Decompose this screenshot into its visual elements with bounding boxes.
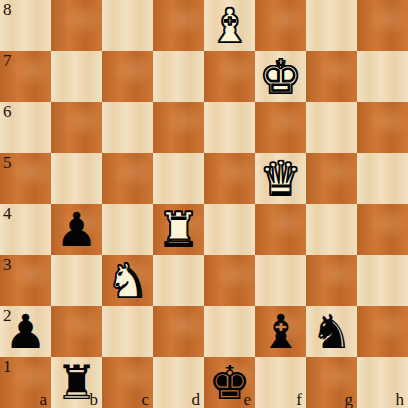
rank-label-8: 8 xyxy=(3,1,12,18)
white-rook-d4[interactable]: ♜ xyxy=(153,204,204,255)
square-e6[interactable] xyxy=(204,102,255,153)
square-f3[interactable] xyxy=(255,255,306,306)
square-e3[interactable] xyxy=(204,255,255,306)
square-f2[interactable]: ♝ xyxy=(255,306,306,357)
rank-label-5: 5 xyxy=(3,154,12,171)
square-e4[interactable] xyxy=(204,204,255,255)
square-f5[interactable]: ♛ xyxy=(255,153,306,204)
square-d8[interactable] xyxy=(153,0,204,51)
square-a1[interactable]: 1a xyxy=(0,357,51,408)
square-h3[interactable] xyxy=(357,255,408,306)
file-label-c: c xyxy=(141,391,149,408)
square-g1[interactable]: g xyxy=(306,357,357,408)
file-label-g: g xyxy=(345,391,354,408)
square-a4[interactable]: 4 xyxy=(0,204,51,255)
square-h7[interactable] xyxy=(357,51,408,102)
square-g2[interactable]: ♞ xyxy=(306,306,357,357)
chess-diagram: 8♝7♚65♛4♟♜3♞2♟♝♞1ab♜cde♚fgh xyxy=(0,0,408,408)
square-g8[interactable] xyxy=(306,0,357,51)
square-f4[interactable] xyxy=(255,204,306,255)
white-bishop-e8[interactable]: ♝ xyxy=(204,0,255,51)
square-d6[interactable] xyxy=(153,102,204,153)
rank-label-2: 2 xyxy=(3,307,12,324)
square-h6[interactable] xyxy=(357,102,408,153)
rank-label-1: 1 xyxy=(3,358,12,375)
file-label-h: h xyxy=(396,391,405,408)
square-h5[interactable] xyxy=(357,153,408,204)
square-c5[interactable] xyxy=(102,153,153,204)
square-d3[interactable] xyxy=(153,255,204,306)
rank-label-4: 4 xyxy=(3,205,12,222)
square-h1[interactable]: h xyxy=(357,357,408,408)
square-c1[interactable]: c xyxy=(102,357,153,408)
square-b6[interactable] xyxy=(51,102,102,153)
square-f8[interactable] xyxy=(255,0,306,51)
square-f6[interactable] xyxy=(255,102,306,153)
square-b8[interactable] xyxy=(51,0,102,51)
square-b1[interactable]: b♜ xyxy=(51,357,102,408)
black-pawn-b4[interactable]: ♟ xyxy=(51,204,102,255)
file-label-e: e xyxy=(243,391,251,408)
white-knight-c3[interactable]: ♞ xyxy=(102,255,153,306)
square-a6[interactable]: 6 xyxy=(0,102,51,153)
square-b4[interactable]: ♟ xyxy=(51,204,102,255)
square-c2[interactable] xyxy=(102,306,153,357)
square-h4[interactable] xyxy=(357,204,408,255)
square-a3[interactable]: 3 xyxy=(0,255,51,306)
square-c7[interactable] xyxy=(102,51,153,102)
square-b2[interactable] xyxy=(51,306,102,357)
square-a2[interactable]: 2♟ xyxy=(0,306,51,357)
file-label-f: f xyxy=(296,391,302,408)
square-b3[interactable] xyxy=(51,255,102,306)
square-g5[interactable] xyxy=(306,153,357,204)
square-b5[interactable] xyxy=(51,153,102,204)
square-f1[interactable]: f xyxy=(255,357,306,408)
square-h8[interactable] xyxy=(357,0,408,51)
square-e1[interactable]: e♚ xyxy=(204,357,255,408)
square-e2[interactable] xyxy=(204,306,255,357)
square-c3[interactable]: ♞ xyxy=(102,255,153,306)
square-c8[interactable] xyxy=(102,0,153,51)
rank-label-3: 3 xyxy=(3,256,12,273)
white-king-f7[interactable]: ♚ xyxy=(255,51,306,102)
file-label-d: d xyxy=(192,391,201,408)
chess-board: 8♝7♚65♛4♟♜3♞2♟♝♞1ab♜cde♚fgh xyxy=(0,0,408,408)
white-queen-f5[interactable]: ♛ xyxy=(255,153,306,204)
square-e7[interactable] xyxy=(204,51,255,102)
square-d4[interactable]: ♜ xyxy=(153,204,204,255)
black-knight-g2[interactable]: ♞ xyxy=(306,306,357,357)
square-e5[interactable] xyxy=(204,153,255,204)
square-a7[interactable]: 7 xyxy=(0,51,51,102)
square-b7[interactable] xyxy=(51,51,102,102)
square-g7[interactable] xyxy=(306,51,357,102)
square-g3[interactable] xyxy=(306,255,357,306)
square-g4[interactable] xyxy=(306,204,357,255)
square-d1[interactable]: d xyxy=(153,357,204,408)
square-d5[interactable] xyxy=(153,153,204,204)
square-e8[interactable]: ♝ xyxy=(204,0,255,51)
rank-label-6: 6 xyxy=(3,103,12,120)
square-g6[interactable] xyxy=(306,102,357,153)
square-a5[interactable]: 5 xyxy=(0,153,51,204)
square-c4[interactable] xyxy=(102,204,153,255)
file-label-a: a xyxy=(39,391,47,408)
square-f7[interactable]: ♚ xyxy=(255,51,306,102)
square-a8[interactable]: 8 xyxy=(0,0,51,51)
square-c6[interactable] xyxy=(102,102,153,153)
file-label-b: b xyxy=(90,391,99,408)
square-d2[interactable] xyxy=(153,306,204,357)
rank-label-7: 7 xyxy=(3,52,12,69)
black-bishop-f2[interactable]: ♝ xyxy=(255,306,306,357)
square-h2[interactable] xyxy=(357,306,408,357)
square-d7[interactable] xyxy=(153,51,204,102)
